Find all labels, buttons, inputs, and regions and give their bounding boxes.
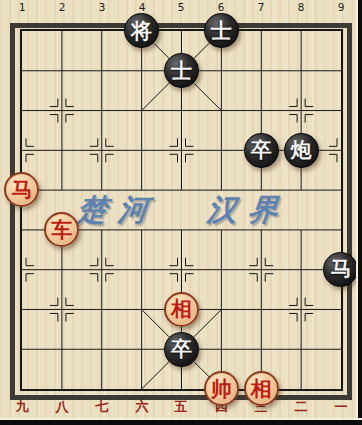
black-general[interactable]: 将 <box>124 13 159 48</box>
piece-glyph: 卒 <box>171 335 192 363</box>
piece-glyph: 将 <box>131 17 152 45</box>
black-horse[interactable]: 马 <box>323 252 358 287</box>
black-advisor[interactable]: 士 <box>204 13 239 48</box>
piece-glyph: 马 <box>11 176 32 204</box>
red-elephant[interactable]: 相 <box>164 292 199 327</box>
piece-glyph: 卒 <box>251 136 272 164</box>
piece-glyph: 车 <box>51 216 72 244</box>
piece-glyph: 士 <box>171 57 192 85</box>
black-soldier[interactable]: 卒 <box>244 133 279 168</box>
red-horse[interactable]: 马 <box>4 172 39 207</box>
piece-glyph: 帅 <box>211 375 232 403</box>
red-chariot[interactable]: 车 <box>44 212 79 247</box>
piece-glyph: 士 <box>211 17 232 45</box>
piece-glyph: 相 <box>171 295 192 323</box>
board-grid: 将士士卒炮马车马相卒帅相 <box>2 11 361 409</box>
piece-glyph: 炮 <box>291 136 312 164</box>
window-edge-right <box>356 0 362 425</box>
window-edge-bottom <box>0 418 362 425</box>
xiangqi-board-screen: 1 2 3 4 5 6 7 8 9 楚河 汉界 将士士卒炮马车马相卒帅相 九 八… <box>0 0 362 425</box>
piece-glyph: 马 <box>330 255 351 283</box>
piece-glyph: 相 <box>251 375 272 403</box>
red-general[interactable]: 帅 <box>204 371 239 406</box>
red-elephant[interactable]: 相 <box>244 371 279 406</box>
black-cannon[interactable]: 炮 <box>284 133 319 168</box>
black-advisor[interactable]: 士 <box>164 53 199 88</box>
black-soldier[interactable]: 卒 <box>164 332 199 367</box>
